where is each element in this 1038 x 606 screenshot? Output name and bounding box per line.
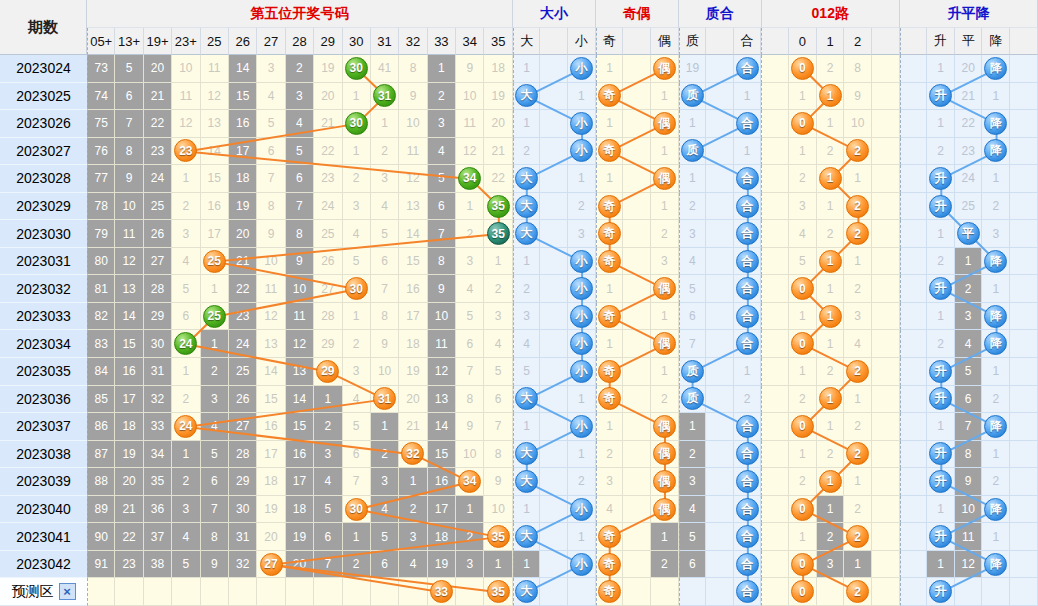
ball-orange: 29 (316, 360, 339, 383)
miss-value: 1 (661, 309, 668, 323)
miss-value: 77 (95, 171, 108, 185)
miss-value: 15 (236, 89, 249, 103)
miss-value: 20 (321, 89, 334, 103)
miss-cell: 10 (399, 110, 427, 138)
miss-value: 18 (264, 474, 277, 488)
miss-cell: 大 (513, 468, 541, 496)
miss-cell: 34 (456, 165, 484, 193)
miss-cell: 11 (201, 55, 229, 83)
miss-cell (540, 358, 568, 386)
miss-value: 3 (661, 254, 668, 268)
miss-value: 1 (937, 419, 944, 433)
miss-value: 1 (523, 419, 530, 433)
miss-cell (761, 303, 789, 331)
miss-value: 8 (381, 309, 388, 323)
miss-cell: 6 (955, 386, 983, 414)
miss-cell: 小 (568, 358, 596, 386)
miss-cell (706, 523, 734, 551)
miss-cell: 奇 (596, 386, 624, 414)
miss-cell: 7 (456, 358, 484, 386)
miss-value: 19 (491, 89, 504, 103)
miss-cell: 升 (927, 578, 955, 606)
miss-value: 1 (578, 392, 585, 406)
header-group-3: 质合 (679, 0, 762, 28)
miss-cell: 大 (513, 220, 541, 248)
miss-cell: 7 (286, 193, 314, 221)
miss-cell: 合 (734, 55, 762, 83)
miss-value: 19 (321, 61, 334, 75)
ball-blue: 升 (929, 195, 952, 218)
miss-value: 8 (268, 199, 275, 213)
miss-cell: 1 (679, 165, 707, 193)
number-column-header: 23+ (172, 28, 200, 55)
period-cell: 2023041 (0, 523, 87, 551)
miss-cell: 18 (257, 468, 285, 496)
miss-value: 2 (689, 199, 696, 213)
miss-value: 25 (151, 199, 164, 213)
miss-value: 32 (236, 557, 249, 571)
miss-cell: 2 (789, 165, 817, 193)
miss-cell: 85 (87, 386, 115, 414)
miss-cell (872, 83, 900, 111)
miss-value: 8 (965, 447, 972, 461)
miss-cell: 10 (115, 193, 143, 221)
miss-value: 12 (264, 309, 277, 323)
miss-cell: 14 (428, 413, 456, 441)
miss-value: 2 (661, 392, 668, 406)
miss-value: 10 (264, 254, 277, 268)
miss-cell: 19 (257, 496, 285, 524)
miss-value: 20 (406, 392, 419, 406)
miss-cell: 23 (172, 138, 200, 166)
miss-value: 3 (381, 171, 388, 185)
miss-cell: 21 (115, 496, 143, 524)
miss-value: 12 (961, 557, 974, 571)
miss-cell (1010, 330, 1038, 358)
miss-cell (761, 110, 789, 138)
miss-cell: 12 (428, 358, 456, 386)
miss-cell (540, 413, 568, 441)
miss-value: 1 (937, 309, 944, 323)
miss-cell: 29 (314, 330, 342, 358)
period-cell: 2023037 (0, 413, 87, 441)
miss-value: 5 (353, 254, 360, 268)
miss-cell: 19 (229, 193, 257, 221)
miss-cell: 23 (955, 138, 983, 166)
miss-cell (900, 110, 928, 138)
miss-value: 5 (183, 557, 190, 571)
miss-value: 3 (466, 557, 473, 571)
miss-cell: 5 (343, 248, 371, 276)
miss-cell: 4 (371, 496, 399, 524)
miss-cell: 0 (789, 110, 817, 138)
miss-cell: 降 (982, 248, 1010, 276)
miss-value: 1 (661, 530, 668, 544)
miss-cell: 6 (257, 138, 285, 166)
miss-value: 20 (122, 474, 135, 488)
miss-value: 16 (293, 447, 306, 461)
miss-value: 5 (324, 502, 331, 516)
ball-green: 30 (345, 112, 368, 135)
miss-cell: 17 (257, 441, 285, 469)
miss-value: 1 (466, 502, 473, 516)
miss-cell (623, 496, 651, 524)
miss-cell (623, 220, 651, 248)
miss-value: 2 (381, 447, 388, 461)
miss-cell (1010, 358, 1038, 386)
miss-cell: 1 (817, 330, 845, 358)
miss-cell: 13 (399, 193, 427, 221)
miss-value: 90 (95, 530, 108, 544)
miss-cell: 7 (201, 496, 229, 524)
miss-cell: 20 (314, 83, 342, 111)
miss-cell: 6 (428, 193, 456, 221)
miss-cell: 25 (201, 248, 229, 276)
miss-cell (540, 386, 568, 414)
miss-value: 6 (965, 392, 972, 406)
miss-value: 2 (353, 171, 360, 185)
miss-value: 86 (95, 419, 108, 433)
miss-value: 7 (324, 557, 331, 571)
miss-cell: 13 (257, 330, 285, 358)
miss-cell (872, 551, 900, 579)
miss-cell: 0 (789, 496, 817, 524)
miss-cell: 1 (201, 275, 229, 303)
miss-cell (651, 578, 679, 606)
miss-cell: 1 (596, 110, 624, 138)
miss-cell: 合 (734, 441, 762, 469)
ball-orange: 奇 (598, 84, 621, 107)
miss-cell (706, 138, 734, 166)
miss-cell: 30 (343, 496, 371, 524)
miss-value: 7 (438, 227, 445, 241)
miss-value: 4 (183, 254, 190, 268)
miss-value: 3 (211, 392, 218, 406)
miss-value: 34 (151, 447, 164, 461)
miss-cell: 32 (229, 551, 257, 579)
miss-value: 4 (466, 282, 473, 296)
miss-cell (623, 275, 651, 303)
miss-value: 8 (466, 392, 473, 406)
miss-cell: 6 (286, 165, 314, 193)
miss-cell: 2 (484, 275, 512, 303)
miss-cell (540, 220, 568, 248)
miss-cell: 3 (456, 551, 484, 579)
miss-cell: 1 (343, 138, 371, 166)
miss-value: 6 (183, 309, 190, 323)
ball-blue: 小 (570, 112, 593, 135)
miss-cell: 3 (371, 468, 399, 496)
ball-blue: 合 (736, 470, 759, 493)
miss-value: 16 (264, 419, 277, 433)
miss-value: 9 (296, 254, 303, 268)
miss-cell (900, 303, 928, 331)
miss-cell (623, 138, 651, 166)
ball-orange: 2 (846, 525, 869, 548)
miss-cell: 87 (87, 441, 115, 469)
miss-value: 17 (236, 144, 249, 158)
miss-value: 1 (661, 364, 668, 378)
miss-value: 3 (353, 364, 360, 378)
miss-cell: 1 (172, 441, 200, 469)
ball-blue: 大 (515, 580, 538, 603)
header-group-1: 大小 (513, 0, 596, 28)
miss-cell: 25 (955, 193, 983, 221)
miss-cell (623, 386, 651, 414)
miss-cell: 3 (679, 468, 707, 496)
miss-cell: 84 (87, 358, 115, 386)
miss-cell: 1 (789, 523, 817, 551)
miss-cell: 4 (513, 330, 541, 358)
miss-cell: 22 (314, 138, 342, 166)
miss-cell: 1 (651, 523, 679, 551)
ball-orange: 23 (174, 139, 197, 162)
miss-cell: 3 (982, 220, 1010, 248)
miss-cell: 38 (144, 551, 172, 579)
miss-value: 1 (353, 144, 360, 158)
miss-value: 1 (937, 557, 944, 571)
miss-value: 12 (293, 337, 306, 351)
miss-cell: 1 (844, 468, 872, 496)
miss-cell: 1 (343, 83, 371, 111)
miss-value: 3 (268, 61, 275, 75)
miss-value: 9 (381, 337, 388, 351)
miss-value: 4 (296, 116, 303, 130)
miss-cell: 6 (371, 551, 399, 579)
miss-value: 3 (827, 557, 834, 571)
attribute-column-header (706, 28, 734, 55)
miss-cell: 2 (172, 193, 200, 221)
miss-cell: 13 (115, 275, 143, 303)
miss-value: 2 (353, 557, 360, 571)
miss-value: 14 (406, 227, 419, 241)
miss-value: 9 (495, 474, 502, 488)
miss-value: 1 (937, 502, 944, 516)
miss-cell: 1 (817, 275, 845, 303)
miss-cell: 大 (513, 83, 541, 111)
miss-value: 1 (606, 337, 613, 351)
miss-cell: 21 (144, 83, 172, 111)
miss-cell (900, 330, 928, 358)
miss-cell: 14 (286, 386, 314, 414)
miss-cell: 3 (399, 523, 427, 551)
miss-value: 1 (992, 89, 999, 103)
ball-blue: 小 (570, 139, 593, 162)
miss-value: 15 (435, 447, 448, 461)
miss-cell: 1 (982, 165, 1010, 193)
miss-cell: 15 (257, 386, 285, 414)
miss-value: 1 (744, 144, 751, 158)
miss-value: 18 (491, 61, 504, 75)
miss-value: 12 (208, 89, 221, 103)
miss-cell: 降 (982, 413, 1010, 441)
miss-cell: 16 (257, 413, 285, 441)
miss-cell: 25 (314, 220, 342, 248)
ball-green: 31 (373, 84, 396, 107)
miss-value: 80 (95, 254, 108, 268)
miss-value: 19 (686, 61, 699, 75)
miss-value: 1 (827, 282, 834, 296)
miss-cell: 32 (399, 441, 427, 469)
close-icon[interactable]: × (59, 583, 76, 600)
miss-cell (761, 551, 789, 579)
ball-orange: 35 (487, 580, 510, 603)
ball-orange: 奇 (598, 250, 621, 273)
miss-cell: 降 (982, 330, 1010, 358)
miss-value: 29 (321, 337, 334, 351)
miss-cell: 31 (144, 358, 172, 386)
miss-value: 9 (965, 474, 972, 488)
miss-cell: 9 (257, 220, 285, 248)
miss-value: 25 (961, 199, 974, 213)
period-cell: 2023034 (0, 330, 87, 358)
miss-cell (1010, 441, 1038, 469)
miss-value: 76 (95, 144, 108, 158)
ball-blue: 合 (736, 580, 759, 603)
miss-cell: 10 (955, 496, 983, 524)
miss-value: 6 (126, 89, 133, 103)
miss-cell: 合 (734, 578, 762, 606)
miss-cell: 7 (371, 275, 399, 303)
miss-value: 2 (827, 227, 834, 241)
miss-cell: 8 (257, 193, 285, 221)
miss-value: 1 (211, 282, 218, 296)
miss-cell: 3 (371, 165, 399, 193)
ball-blue: 小 (570, 277, 593, 300)
miss-value: 16 (435, 474, 448, 488)
miss-cell: 90 (87, 523, 115, 551)
header-group-2: 奇偶 (596, 0, 679, 28)
miss-value: 18 (122, 419, 135, 433)
period-cell: 2023040 (0, 496, 87, 524)
miss-cell (540, 165, 568, 193)
miss-cell (1010, 138, 1038, 166)
miss-cell: 3 (172, 220, 200, 248)
miss-value: 2 (578, 199, 585, 213)
miss-cell: 8 (456, 386, 484, 414)
miss-cell: 3 (955, 303, 983, 331)
period-column-header: 期数 (0, 0, 87, 55)
ball-blue: 降 (984, 139, 1007, 162)
miss-cell (900, 441, 928, 469)
miss-cell: 3 (844, 303, 872, 331)
miss-value: 27 (321, 282, 334, 296)
miss-cell: 1 (596, 275, 624, 303)
miss-cell: 4 (343, 386, 371, 414)
miss-cell (900, 248, 928, 276)
miss-cell: 1 (982, 441, 1010, 469)
miss-cell: 23 (314, 165, 342, 193)
miss-cell: 1 (817, 193, 845, 221)
miss-cell: 2 (568, 193, 596, 221)
miss-cell (900, 165, 928, 193)
miss-value: 18 (236, 171, 249, 185)
ball-orange: 奇 (598, 195, 621, 218)
period-cell: 2023029 (0, 193, 87, 221)
header-group-4: 012路 (762, 0, 900, 28)
miss-cell: 20 (955, 55, 983, 83)
miss-cell: 1 (371, 413, 399, 441)
miss-value: 6 (466, 337, 473, 351)
miss-cell (1010, 83, 1038, 111)
miss-cell: 24 (144, 165, 172, 193)
miss-cell: 5 (201, 441, 229, 469)
ball-orange: 偶 (653, 415, 676, 438)
miss-cell: 35 (484, 193, 512, 221)
ball-blue: 合 (736, 553, 759, 576)
period-cell: 2023035 (0, 358, 87, 386)
miss-cell: 20 (115, 468, 143, 496)
miss-cell: 偶 (651, 413, 679, 441)
miss-cell: 22 (144, 110, 172, 138)
ball-orange: 30 (345, 277, 368, 300)
miss-cell: 1 (568, 523, 596, 551)
miss-value: 19 (122, 447, 135, 461)
table-row: 20230277682323141765221211412212小奇1质1122… (0, 138, 1038, 166)
miss-cell: 8 (844, 55, 872, 83)
miss-cell: 7 (314, 551, 342, 579)
miss-cell (872, 248, 900, 276)
miss-cell (761, 83, 789, 111)
ball-blue: 合 (736, 167, 759, 190)
miss-cell: 83 (87, 330, 115, 358)
miss-value: 28 (321, 309, 334, 323)
miss-value: 4 (410, 557, 417, 571)
miss-cell: 1 (927, 303, 955, 331)
miss-value: 4 (211, 419, 218, 433)
miss-cell: 25 (201, 303, 229, 331)
miss-value: 5 (268, 116, 275, 130)
miss-value: 7 (126, 116, 133, 130)
miss-cell: 29 (314, 358, 342, 386)
miss-value: 6 (689, 309, 696, 323)
miss-value: 32 (151, 392, 164, 406)
miss-cell: 2 (982, 193, 1010, 221)
miss-cell: 奇 (596, 551, 624, 579)
miss-value: 17 (208, 227, 221, 241)
ball-orange: 奇 (598, 525, 621, 548)
miss-cell: 7 (679, 330, 707, 358)
ball-blue: 升 (929, 470, 952, 493)
miss-cell: 1 (596, 413, 624, 441)
ball-orange: 奇 (598, 553, 621, 576)
miss-cell: 25 (229, 358, 257, 386)
miss-value: 10 (293, 282, 306, 296)
miss-cell: 7 (343, 468, 371, 496)
miss-cell: 10 (484, 496, 512, 524)
miss-cell (1010, 523, 1038, 551)
miss-cell: 2 (844, 578, 872, 606)
miss-cell (900, 220, 928, 248)
miss-value: 2 (937, 254, 944, 268)
ball-orange: 0 (791, 415, 814, 438)
miss-value: 21 (406, 419, 419, 433)
miss-value: 2 (661, 227, 668, 241)
miss-cell: 3 (257, 55, 285, 83)
miss-cell: 5 (456, 303, 484, 331)
ball-orange: 偶 (653, 442, 676, 465)
miss-value: 9 (410, 89, 417, 103)
miss-value: 1 (992, 447, 999, 461)
miss-value: 1 (937, 227, 944, 241)
miss-value: 11 (208, 61, 220, 75)
miss-cell: 4 (456, 275, 484, 303)
miss-cell (900, 83, 928, 111)
miss-cell: 13 (286, 358, 314, 386)
miss-cell (900, 523, 928, 551)
number-column-header: 26 (229, 28, 257, 55)
miss-cell (706, 386, 734, 414)
